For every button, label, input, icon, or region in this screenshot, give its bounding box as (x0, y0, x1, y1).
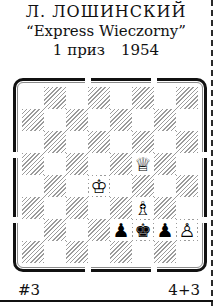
year-text: 1954 (121, 41, 159, 59)
frame-tick (199, 217, 209, 223)
square-g8 (154, 87, 176, 109)
square-h4 (176, 175, 198, 197)
square-h7 (176, 109, 198, 131)
square-e6 (110, 131, 132, 153)
square-b4 (44, 175, 66, 197)
square-b3 (44, 197, 66, 219)
square-g1 (154, 241, 176, 263)
square-e8 (110, 87, 132, 109)
square-f6 (132, 131, 154, 153)
square-g7 (154, 109, 176, 131)
frame-tick (151, 77, 157, 87)
frame-tick (199, 152, 209, 158)
square-h8 (176, 87, 198, 109)
award-text: 1 приз (53, 41, 105, 59)
square-e1 (110, 241, 132, 263)
square-a8 (22, 87, 44, 109)
square-h5 (176, 153, 198, 175)
square-d1 (88, 241, 110, 263)
square-c4 (66, 175, 88, 197)
board-frame: ♕♔♗♟♚♟♙ (13, 78, 207, 272)
square-a6 (22, 131, 44, 153)
square-h6 (176, 131, 198, 153)
square-c7 (66, 109, 88, 131)
square-g2: ♟ (154, 219, 176, 241)
square-a2 (22, 219, 44, 241)
square-d7 (88, 109, 110, 131)
square-c1 (66, 241, 88, 263)
frame-tick (12, 152, 22, 158)
author-name: Л. ЛОШИНСКИЙ (0, 2, 212, 22)
black-king: ♚ (133, 220, 153, 240)
square-a1 (22, 241, 44, 263)
square-a3 (22, 197, 44, 219)
square-d3 (88, 197, 110, 219)
square-f5: ♕ (132, 153, 154, 175)
square-a7 (22, 109, 44, 131)
square-b2 (44, 219, 66, 241)
frame-tick (151, 264, 157, 274)
square-a5 (22, 153, 44, 175)
square-g5 (154, 153, 176, 175)
source-title: “Express Wieczorny” (0, 22, 212, 41)
square-c8 (66, 87, 88, 109)
square-h2: ♙ (176, 219, 198, 241)
square-a4 (22, 175, 44, 197)
square-g4 (154, 175, 176, 197)
square-b6 (44, 131, 66, 153)
white-king: ♔ (89, 176, 109, 196)
square-e7 (110, 109, 132, 131)
white-bishop: ♗ (133, 198, 153, 218)
square-f1 (132, 241, 154, 263)
chessboard: ♕♔♗♟♚♟♙ (22, 87, 198, 263)
white-pawn: ♙ (177, 220, 197, 240)
square-f8 (132, 87, 154, 109)
square-f7 (132, 109, 154, 131)
square-f4 (132, 175, 154, 197)
square-h3 (176, 197, 198, 219)
page-bottom-rule (0, 300, 213, 302)
diagram-header: Л. ЛОШИНСКИЙ “Express Wieczorny” 1 приз … (0, 2, 212, 59)
square-e5 (110, 153, 132, 175)
square-d8 (88, 87, 110, 109)
square-g6 (154, 131, 176, 153)
square-b8 (44, 87, 66, 109)
square-d6 (88, 131, 110, 153)
square-h1 (176, 241, 198, 263)
square-e3 (110, 197, 132, 219)
square-c3 (66, 197, 88, 219)
frame-tick (12, 217, 22, 223)
award-line: 1 приз 1954 (0, 41, 212, 59)
square-d5 (88, 153, 110, 175)
square-e4 (110, 175, 132, 197)
square-c2 (66, 219, 88, 241)
frame-tick (85, 77, 91, 87)
square-c5 (66, 153, 88, 175)
square-b1 (44, 241, 66, 263)
square-e2: ♟ (110, 219, 132, 241)
stipulation-label: #3 (18, 281, 40, 299)
square-g3 (154, 197, 176, 219)
square-b7 (44, 109, 66, 131)
square-c6 (66, 131, 88, 153)
square-f2: ♚ (132, 219, 154, 241)
square-b5 (44, 153, 66, 175)
problem-diagram-page: Л. ЛОШИНСКИЙ “Express Wieczorny” 1 приз … (0, 0, 220, 306)
square-d2 (88, 219, 110, 241)
material-count-label: 4+3 (168, 281, 200, 299)
black-pawn: ♟ (155, 220, 175, 240)
square-f3: ♗ (132, 197, 154, 219)
white-queen: ♕ (133, 154, 153, 174)
black-pawn: ♟ (111, 220, 131, 240)
square-d4: ♔ (88, 175, 110, 197)
diagram-footer: #3 4+3 (18, 281, 200, 299)
frame-tick (85, 264, 91, 274)
